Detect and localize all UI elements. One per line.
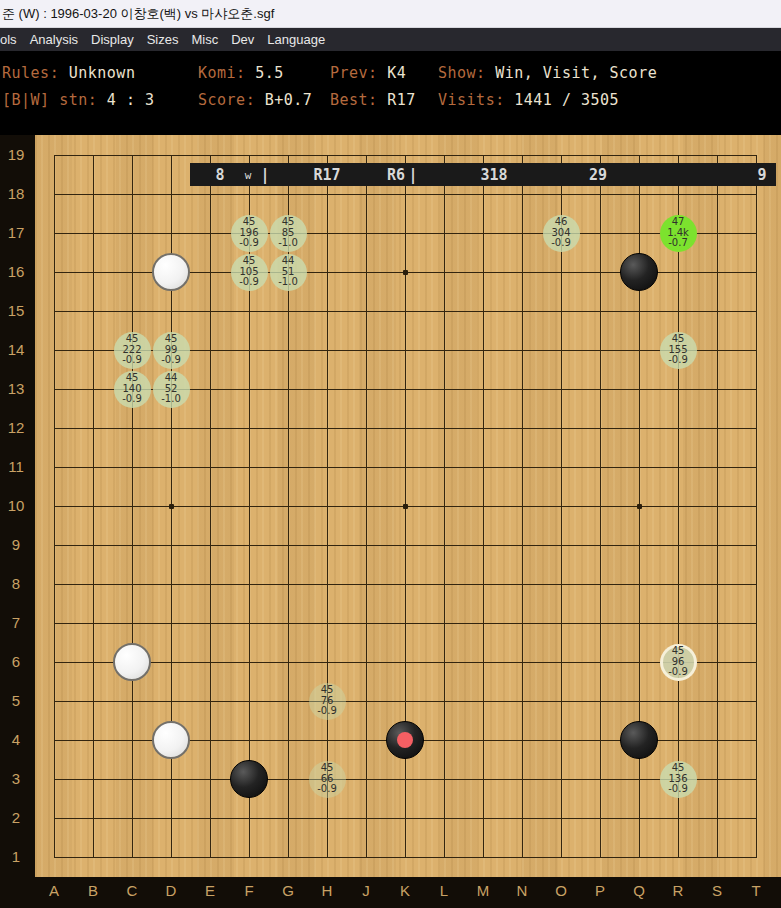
analysis-mark-F17[interactable]: 45196-0.9 [231, 215, 268, 252]
analysis-mark-R6[interactable]: 4596-0.9 [660, 644, 697, 681]
info-value: 1441 / 3505 [514, 91, 619, 109]
analysis-mark-H5[interactable]: 4576-0.9 [309, 683, 346, 720]
row-label-9: 9 [0, 536, 32, 553]
menu-item-analysis[interactable]: Analysis [30, 32, 78, 47]
column-label-C: C [117, 882, 147, 899]
row-label-3: 3 [0, 770, 32, 787]
analysis-mark-F16[interactable]: 45105-0.9 [231, 254, 268, 291]
info-label: Best: [330, 91, 387, 109]
stone-white-D4 [152, 721, 190, 759]
info-label: Komi: [198, 64, 255, 82]
row-label-16: 16 [0, 263, 32, 280]
analysis-mark-C14[interactable]: 45222-0.9 [114, 332, 151, 369]
mark-value: -0.9 [122, 355, 142, 366]
menu-bar: olsAnalysisDisplaySizesMiscDevLanguage [0, 28, 781, 51]
strip-segment: w [245, 168, 252, 181]
info-value: B+0.7 [265, 91, 313, 109]
strip-segment: | [408, 166, 417, 184]
column-label-M: M [468, 882, 498, 899]
info-value: R17 [387, 91, 416, 109]
row-label-19: 19 [0, 146, 32, 163]
mark-value: -1.0 [161, 394, 181, 405]
star-point [403, 270, 408, 275]
row-label-13: 13 [0, 380, 32, 397]
info-field: [B|W] stn: 4 : 3 [2, 91, 155, 109]
mark-value: -0.9 [551, 238, 571, 249]
mark-value: -0.9 [668, 784, 688, 795]
strip-segment: 318 [480, 166, 507, 184]
menu-item-language[interactable]: Language [267, 32, 325, 47]
mark-value: -0.9 [668, 355, 688, 366]
info-label: Prev: [330, 64, 387, 82]
info-label: Show: [438, 64, 495, 82]
row-label-2: 2 [0, 809, 32, 826]
mark-value: -0.9 [317, 784, 337, 795]
stone-white-C6 [113, 643, 151, 681]
mark-value: -0.9 [668, 667, 688, 678]
analysis-mark-D13[interactable]: 4452-1.0 [153, 371, 190, 408]
mark-value: -0.9 [239, 277, 259, 288]
row-label-6: 6 [0, 653, 32, 670]
column-label-H: H [312, 882, 342, 899]
row-label-11: 11 [0, 458, 32, 475]
strip-segment: 8 [215, 166, 224, 184]
analysis-mark-C13[interactable]: 45140-0.9 [114, 371, 151, 408]
star-point [403, 504, 408, 509]
menu-item-sizes[interactable]: Sizes [147, 32, 179, 47]
column-label-O: O [546, 882, 576, 899]
info-field: Best: R17 [330, 91, 416, 109]
analysis-mark-R3[interactable]: 45136-0.9 [660, 761, 697, 798]
row-label-1: 1 [0, 848, 32, 865]
info-label: Visits: [438, 91, 514, 109]
row-label-14: 14 [0, 341, 32, 358]
analysis-mark-G16[interactable]: 4451-1.0 [270, 254, 307, 291]
analysis-strip[interactable]: 8w|R17R6|318299 [190, 163, 776, 186]
strip-segment: | [260, 166, 269, 184]
analysis-mark-G17[interactable]: 4585-1.0 [270, 215, 307, 252]
stone-black-F3 [230, 760, 268, 798]
mark-value: -0.9 [161, 355, 181, 366]
info-field: Show: Win, Visit, Score [438, 64, 657, 82]
strip-segment: R17 [313, 166, 340, 184]
info-label: [B|W] stn: [2, 91, 107, 109]
column-label-Q: Q [624, 882, 654, 899]
mark-value: -0.7 [668, 238, 688, 249]
row-label-10: 10 [0, 497, 32, 514]
menu-item-ols[interactable]: ols [0, 32, 17, 47]
column-label-A: A [39, 882, 69, 899]
stone-black-K4 [386, 721, 424, 759]
window-title: 준 (W) : 1996-03-20 이창호(백) vs 마샤오춘.sgf [0, 5, 274, 23]
analysis-mark-R14[interactable]: 45155-0.9 [660, 332, 697, 369]
stone-white-D16 [152, 253, 190, 291]
column-label-D: D [156, 882, 186, 899]
row-label-12: 12 [0, 419, 32, 436]
analysis-mark-D14[interactable]: 4599-0.9 [153, 332, 190, 369]
analysis-mark-R17[interactable]: 471.4k-0.7 [660, 215, 697, 252]
analysis-mark-O17[interactable]: 46304-0.9 [543, 215, 580, 252]
analysis-mark-H3[interactable]: 4566-0.9 [309, 761, 346, 798]
stone-black-Q16 [620, 253, 658, 291]
info-value: Win, Visit, Score [495, 64, 657, 82]
row-label-8: 8 [0, 575, 32, 592]
strip-segment: 29 [589, 166, 607, 184]
mark-value: -0.9 [317, 706, 337, 717]
board-region: 8w|R17R6|318299 45196-0.94585-1.045105-0… [0, 135, 781, 908]
star-point [169, 504, 174, 509]
title-bar: 준 (W) : 1996-03-20 이창호(백) vs 마샤오춘.sgf [0, 0, 781, 28]
column-label-K: K [390, 882, 420, 899]
info-bar: Rules: UnknownKomi: 5.5Prev: K4Show: Win… [0, 51, 781, 135]
info-value: 4 : 3 [107, 91, 155, 109]
goban[interactable]: 8w|R17R6|318299 45196-0.94585-1.045105-0… [35, 135, 781, 877]
row-label-15: 15 [0, 302, 32, 319]
info-field: Score: B+0.7 [198, 91, 312, 109]
column-label-R: R [663, 882, 693, 899]
mark-value: -0.9 [122, 394, 142, 405]
row-label-4: 4 [0, 731, 32, 748]
info-value: K4 [387, 64, 406, 82]
mark-value: -1.0 [278, 277, 298, 288]
info-field: Rules: Unknown [2, 64, 135, 82]
mark-value: -0.9 [239, 238, 259, 249]
info-field: Visits: 1441 / 3505 [438, 91, 619, 109]
column-label-F: F [234, 882, 264, 899]
star-point [637, 504, 642, 509]
column-label-L: L [429, 882, 459, 899]
strip-segment: R6 [387, 166, 405, 184]
stone-black-Q4 [620, 721, 658, 759]
column-label-S: S [702, 882, 732, 899]
menu-item-display[interactable]: Display [91, 32, 134, 47]
info-value: Unknown [69, 64, 136, 82]
row-label-18: 18 [0, 185, 32, 202]
column-label-N: N [507, 882, 537, 899]
column-label-P: P [585, 882, 615, 899]
info-value: 5.5 [255, 64, 284, 82]
row-label-7: 7 [0, 614, 32, 631]
column-label-T: T [741, 882, 771, 899]
menu-item-dev[interactable]: Dev [231, 32, 254, 47]
strip-segment: 9 [757, 166, 766, 184]
info-field: Komi: 5.5 [198, 64, 284, 82]
column-label-J: J [351, 882, 381, 899]
menu-item-misc[interactable]: Misc [191, 32, 218, 47]
last-move-marker [397, 732, 413, 748]
column-label-E: E [195, 882, 225, 899]
info-field: Prev: K4 [330, 64, 406, 82]
mark-value: -1.0 [278, 238, 298, 249]
info-label: Rules: [2, 64, 69, 82]
column-label-B: B [78, 882, 108, 899]
row-label-17: 17 [0, 224, 32, 241]
info-label: Score: [198, 91, 265, 109]
column-label-G: G [273, 882, 303, 899]
row-label-5: 5 [0, 692, 32, 709]
